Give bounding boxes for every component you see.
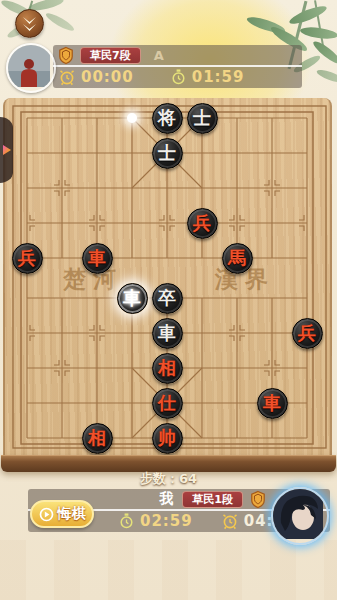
piece-glyph: 士 bbox=[193, 109, 211, 127]
piece-glyph: 相 bbox=[88, 429, 106, 447]
alarm-clock-icon bbox=[58, 68, 76, 86]
piece-相-red[interactable]: 相 bbox=[82, 423, 113, 454]
xiangqi-board[interactable]: 楚河 漢界 将士士車卒車兵兵車馬兵相仕車相帅 bbox=[3, 98, 332, 456]
piece-glyph: 車 bbox=[158, 324, 176, 342]
piece-車-black[interactable]: 車 bbox=[117, 283, 148, 314]
piece-車-red[interactable]: 車 bbox=[82, 243, 113, 274]
top-avatar-photo bbox=[8, 45, 50, 87]
piece-車-black[interactable]: 車 bbox=[152, 318, 183, 349]
top-player-bar: 草民7段 A 00:00 01:59 bbox=[53, 45, 302, 88]
piece-帅-red[interactable]: 帅 bbox=[152, 423, 183, 454]
side-drawer-handle[interactable] bbox=[0, 117, 13, 183]
piece-兵-red[interactable]: 兵 bbox=[12, 243, 43, 274]
bottom-player-time1: 02:59 bbox=[140, 512, 193, 530]
drawer-arrow-icon bbox=[1, 144, 12, 156]
bottom-player-rank-badge: 草民1段 bbox=[182, 491, 243, 508]
piece-卒-black[interactable]: 卒 bbox=[152, 283, 183, 314]
piece-glyph: 車 bbox=[263, 394, 281, 412]
piece-車-red[interactable]: 車 bbox=[257, 388, 288, 419]
undo-button-label: 悔棋 bbox=[58, 505, 86, 523]
piece-glyph: 馬 bbox=[228, 249, 246, 267]
double-chevron-down-icon bbox=[21, 16, 38, 32]
piece-glyph: 士 bbox=[158, 144, 176, 162]
piece-glyph: 卒 bbox=[158, 289, 176, 307]
bottom-player-avatar[interactable] bbox=[271, 487, 329, 545]
move-counter: 步数：64 bbox=[0, 470, 337, 488]
piece-glyph: 兵 bbox=[298, 324, 316, 342]
piece-兵-red[interactable]: 兵 bbox=[292, 318, 323, 349]
top-player-name: A bbox=[154, 48, 164, 63]
piece-glyph: 帅 bbox=[158, 429, 176, 447]
me-label: 我 bbox=[159, 490, 173, 508]
top-player-rank-badge: 草民7段 bbox=[80, 47, 141, 64]
piece-仕-red[interactable]: 仕 bbox=[152, 388, 183, 419]
stopwatch-icon bbox=[118, 512, 135, 530]
piece-相-red[interactable]: 相 bbox=[152, 353, 183, 384]
piece-glyph: 仕 bbox=[158, 394, 176, 412]
piece-馬-red[interactable]: 馬 bbox=[222, 243, 253, 274]
piece-glyph: 車 bbox=[88, 249, 106, 267]
piece-glyph: 将 bbox=[158, 109, 176, 127]
rank-badge-icon bbox=[250, 490, 266, 509]
alarm-clock-icon bbox=[221, 512, 239, 530]
top-player-time2: 01:59 bbox=[192, 68, 245, 86]
top-player-avatar[interactable] bbox=[6, 43, 56, 93]
piece-glyph: 兵 bbox=[18, 249, 36, 267]
piece-glyph: 相 bbox=[158, 359, 176, 377]
piece-glyph: 兵 bbox=[193, 214, 211, 232]
bottom-avatar-art bbox=[273, 489, 323, 539]
rank-badge-icon bbox=[58, 46, 74, 65]
stopwatch-icon bbox=[170, 68, 187, 86]
piece-士-black[interactable]: 士 bbox=[152, 138, 183, 169]
undo-icon bbox=[39, 507, 54, 522]
piece-士-black[interactable]: 士 bbox=[187, 103, 218, 134]
piece-glyph: 車 bbox=[123, 289, 141, 307]
table-reflection bbox=[0, 540, 337, 600]
piece-将-black[interactable]: 将 bbox=[152, 103, 183, 134]
top-player-time1: 00:00 bbox=[81, 68, 134, 86]
undo-move-button[interactable]: 悔棋 bbox=[30, 500, 94, 528]
collapse-button[interactable] bbox=[15, 9, 44, 38]
last-move-origin-marker bbox=[127, 113, 137, 123]
piece-兵-red[interactable]: 兵 bbox=[187, 208, 218, 239]
